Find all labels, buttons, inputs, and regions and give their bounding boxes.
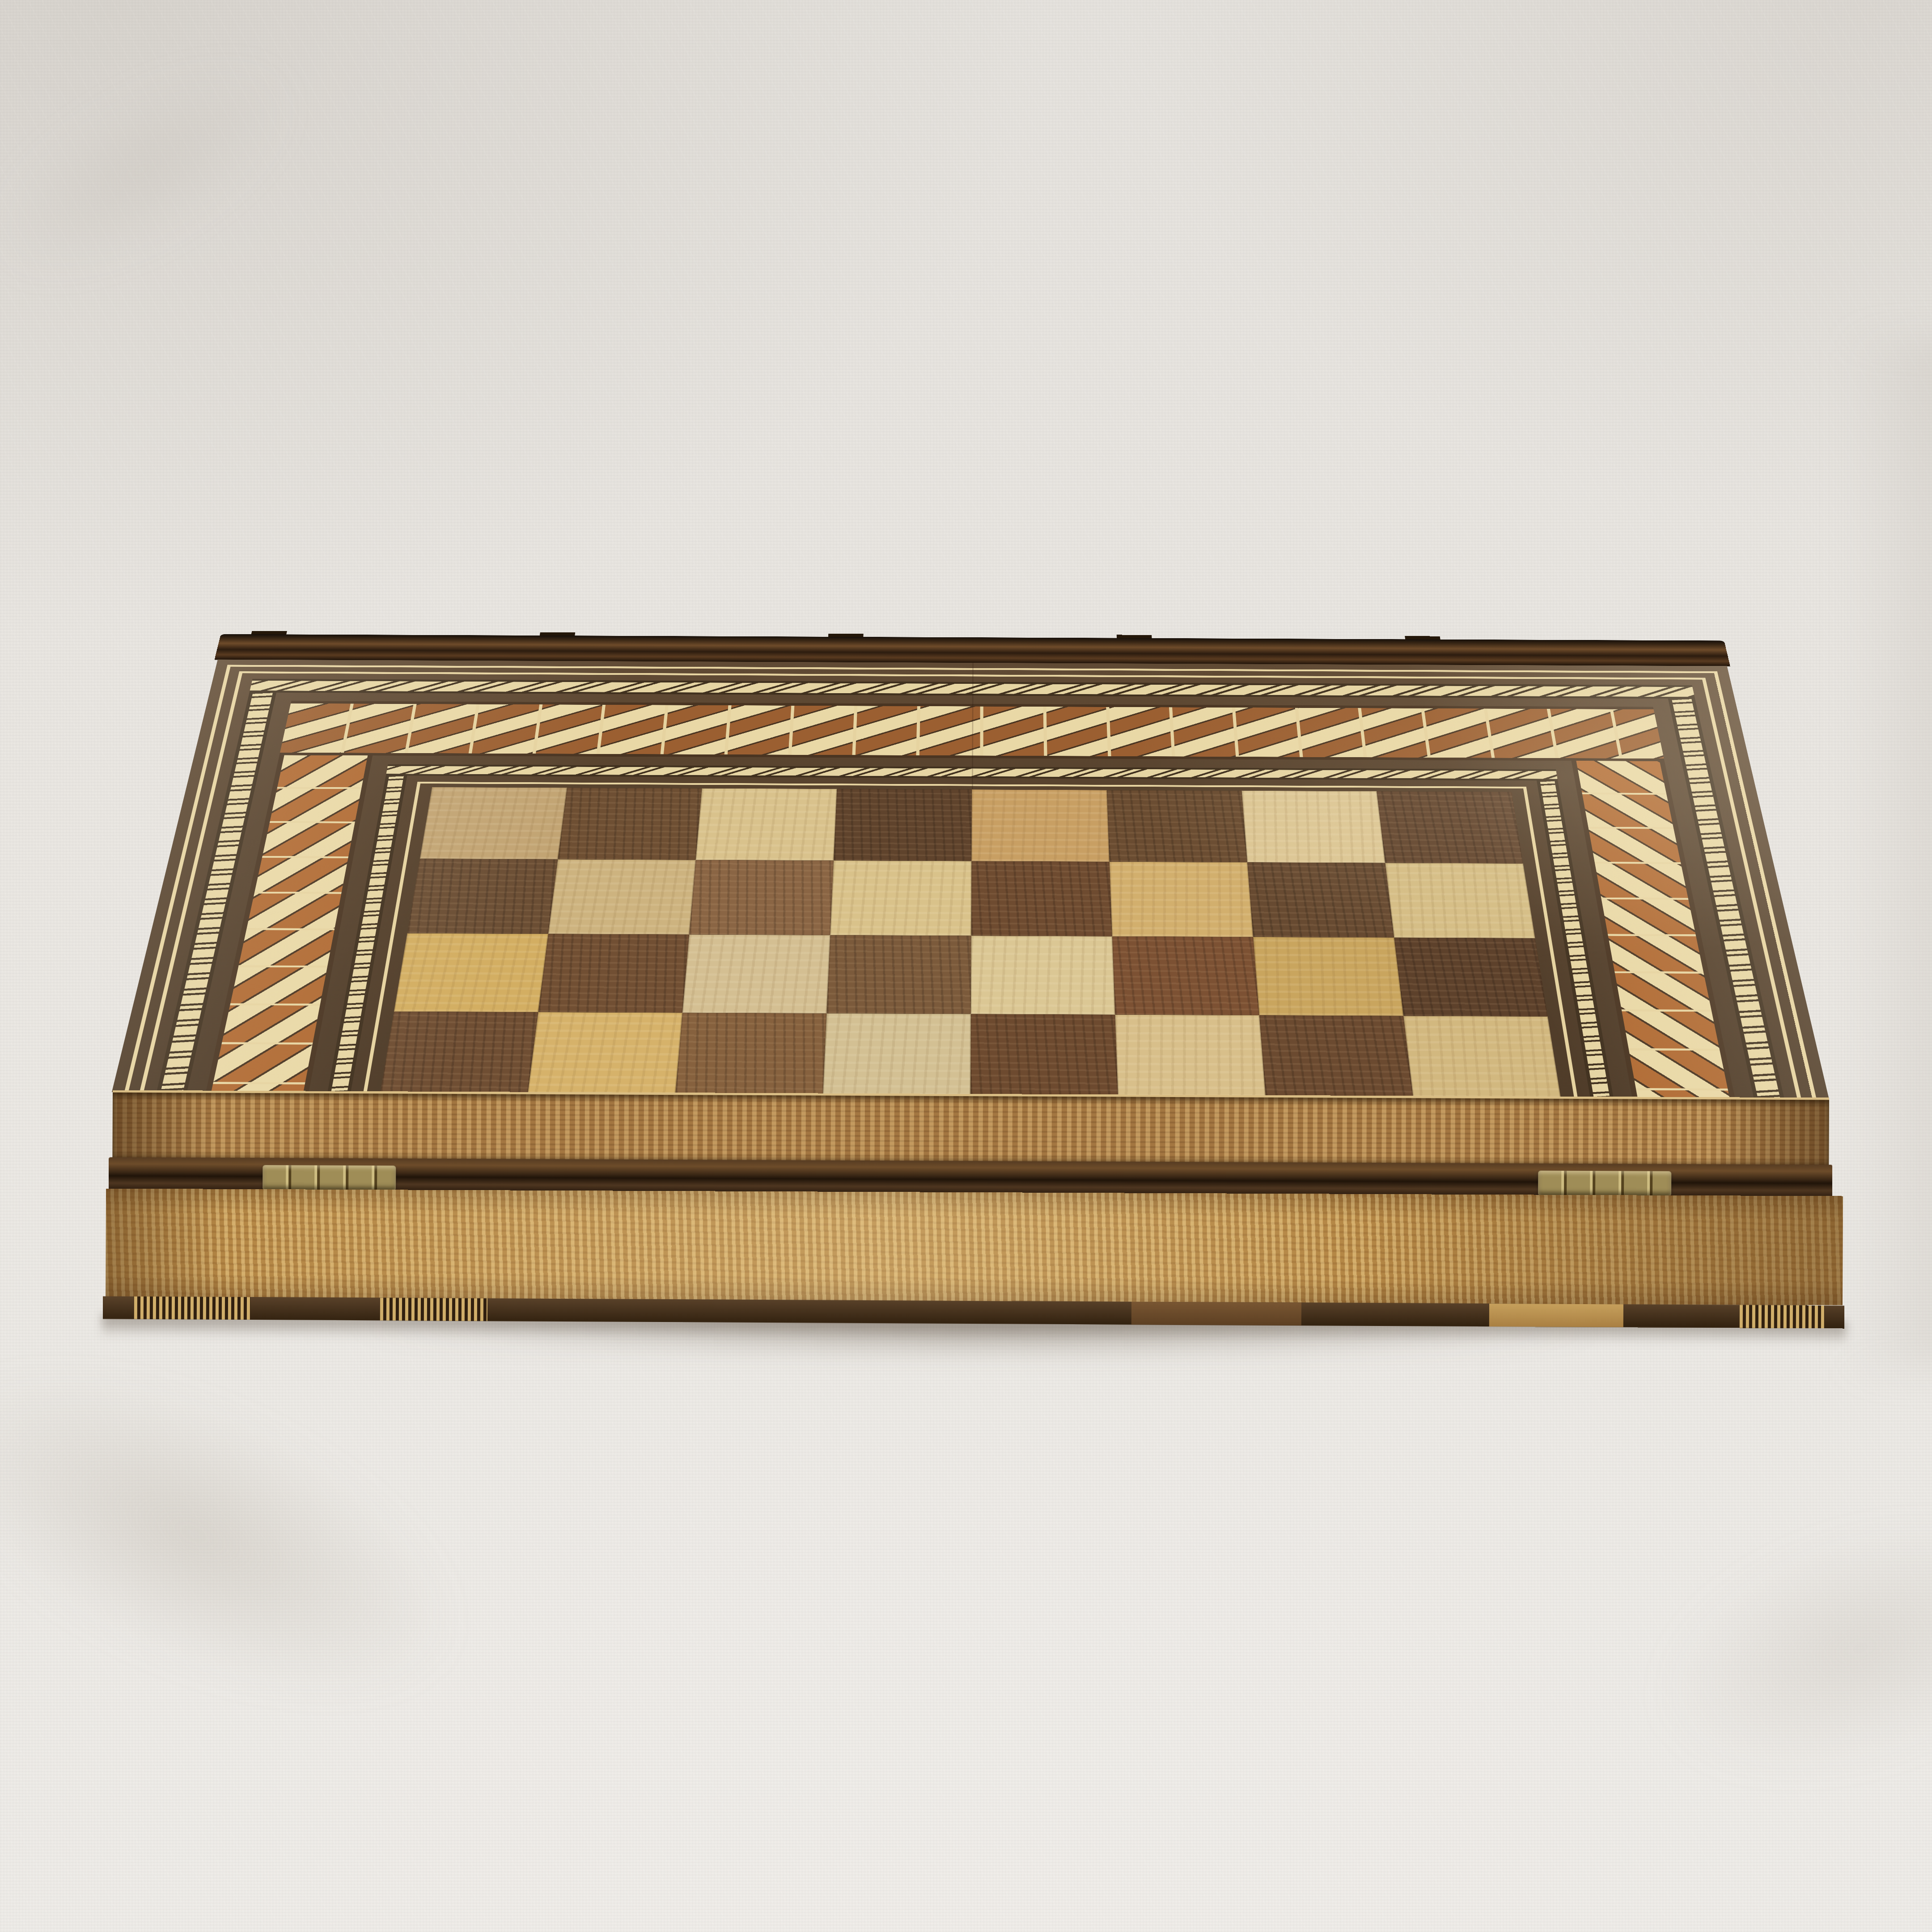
board-square xyxy=(675,1013,826,1095)
board-square xyxy=(538,934,689,1013)
board-square xyxy=(558,788,702,860)
board-square xyxy=(826,935,971,1014)
board-square xyxy=(380,1011,538,1093)
board-square xyxy=(1112,936,1259,1015)
board-square xyxy=(689,860,834,935)
board-square xyxy=(1259,1015,1413,1097)
board-square xyxy=(1377,791,1523,863)
brass-hinge-right xyxy=(1538,1171,1671,1196)
board-square xyxy=(1110,862,1253,937)
board-square xyxy=(407,859,558,934)
board-square xyxy=(971,789,1109,861)
board-square xyxy=(1115,1014,1266,1097)
box-lid-top-face xyxy=(112,634,1829,1099)
board-square xyxy=(420,787,567,859)
board-square xyxy=(971,861,1112,936)
board-square xyxy=(834,789,972,861)
board-square xyxy=(1385,863,1535,938)
brass-hinge-left xyxy=(263,1165,396,1191)
board-square xyxy=(1241,791,1385,863)
board-square xyxy=(830,860,971,936)
board-square xyxy=(1247,862,1394,938)
board-square xyxy=(696,788,837,860)
checkerboard xyxy=(380,787,1561,1098)
board-square xyxy=(970,1014,1118,1096)
board-square xyxy=(971,936,1115,1014)
board-square xyxy=(1253,937,1403,1016)
marquetry-game-box xyxy=(0,0,1932,1932)
board-square xyxy=(528,1012,682,1094)
lid-front-face-lacewood xyxy=(112,1090,1829,1166)
marquetry-border-frame xyxy=(112,660,1829,1100)
board-square xyxy=(823,1013,971,1096)
base-front-face-lacewood xyxy=(106,1189,1843,1305)
photo-backdrop-fabric xyxy=(0,0,1932,1932)
board-square xyxy=(1394,937,1547,1016)
board-square xyxy=(394,933,548,1012)
board-square xyxy=(1403,1016,1561,1098)
board-square xyxy=(682,935,830,1013)
board-square xyxy=(1107,790,1247,862)
board-square xyxy=(548,859,696,934)
